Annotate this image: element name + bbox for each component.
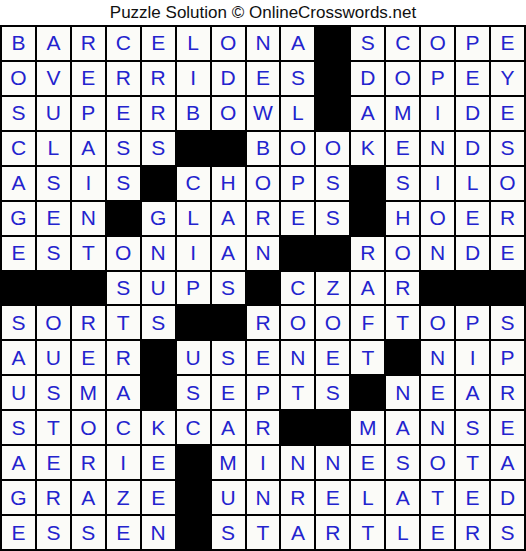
letter-cell-r15c9: A bbox=[281, 516, 314, 549]
letter-cell-r4c15: S bbox=[491, 132, 524, 165]
letter-cell-r14c5: E bbox=[142, 481, 175, 514]
letter-cell-r9c2: O bbox=[37, 306, 70, 339]
letter-cell-r6c3: N bbox=[72, 202, 105, 235]
block-cell-r8c1 bbox=[2, 272, 35, 305]
letter-cell-r1c14: P bbox=[456, 27, 489, 60]
letter-cell-r12c15: E bbox=[491, 411, 524, 444]
letter-cell-r1c6: L bbox=[177, 27, 210, 60]
block-cell-r8c3 bbox=[72, 272, 105, 305]
letter-cell-r3c8: W bbox=[247, 97, 280, 130]
letter-cell-r7c14: D bbox=[456, 237, 489, 270]
letter-cell-r10c9: N bbox=[281, 341, 314, 374]
block-cell-r8c14 bbox=[456, 272, 489, 305]
letter-cell-r15c2: S bbox=[37, 516, 70, 549]
block-cell-r9c7 bbox=[212, 306, 245, 339]
letter-cell-r13c5: E bbox=[142, 446, 175, 479]
letter-cell-r12c1: S bbox=[2, 411, 35, 444]
letter-cell-r7c8: N bbox=[247, 237, 280, 270]
block-cell-r13c6 bbox=[177, 446, 210, 479]
letter-cell-r12c13: N bbox=[421, 411, 454, 444]
block-cell-r12c10 bbox=[316, 411, 349, 444]
letter-cell-r4c12: E bbox=[386, 132, 419, 165]
block-cell-r2c10 bbox=[316, 62, 349, 95]
letter-cell-r9c1: S bbox=[2, 306, 35, 339]
letter-cell-r10c1: A bbox=[2, 341, 35, 374]
letter-cell-r2c4: R bbox=[107, 62, 140, 95]
letter-cell-r4c8: B bbox=[247, 132, 280, 165]
block-cell-r6c4 bbox=[107, 202, 140, 235]
block-cell-r11c5 bbox=[142, 376, 175, 409]
letter-cell-r14c2: R bbox=[37, 481, 70, 514]
letter-cell-r2c3: E bbox=[72, 62, 105, 95]
letter-cell-r1c13: O bbox=[421, 27, 454, 60]
letter-cell-r4c9: O bbox=[281, 132, 314, 165]
letter-cell-r4c14: D bbox=[456, 132, 489, 165]
letter-cell-r11c15: R bbox=[491, 376, 524, 409]
letter-cell-r1c1: B bbox=[2, 27, 35, 60]
letter-cell-r14c9: R bbox=[281, 481, 314, 514]
letter-cell-r1c3: R bbox=[72, 27, 105, 60]
letter-cell-r15c1: E bbox=[2, 516, 35, 549]
letter-cell-r9c11: F bbox=[351, 306, 384, 339]
letter-cell-r1c15: E bbox=[491, 27, 524, 60]
letter-cell-r12c7: A bbox=[212, 411, 245, 444]
letter-cell-r8c9: C bbox=[281, 272, 314, 305]
letter-cell-r4c11: K bbox=[351, 132, 384, 165]
letter-cell-r1c11: S bbox=[351, 27, 384, 60]
letter-cell-r8c12: R bbox=[386, 272, 419, 305]
page-title: Puzzle Solution © OnlineCrosswords.net bbox=[0, 0, 526, 25]
letter-cell-r5c8: O bbox=[247, 167, 280, 200]
letter-cell-r12c8: R bbox=[247, 411, 280, 444]
letter-cell-r2c1: O bbox=[2, 62, 35, 95]
block-cell-r8c15 bbox=[491, 272, 524, 305]
letter-cell-r14c15: D bbox=[491, 481, 524, 514]
letter-cell-r5c13: I bbox=[421, 167, 454, 200]
letter-cell-r11c14: A bbox=[456, 376, 489, 409]
letter-cell-r7c13: N bbox=[421, 237, 454, 270]
letter-cell-r7c5: N bbox=[142, 237, 175, 270]
letter-cell-r9c9: O bbox=[281, 306, 314, 339]
letter-cell-r9c14: P bbox=[456, 306, 489, 339]
block-cell-r7c9 bbox=[281, 237, 314, 270]
letter-cell-r15c3: S bbox=[72, 516, 105, 549]
letter-cell-r1c12: C bbox=[386, 27, 419, 60]
letter-cell-r12c6: C bbox=[177, 411, 210, 444]
letter-cell-r5c3: I bbox=[72, 167, 105, 200]
letter-cell-r1c9: A bbox=[281, 27, 314, 60]
letter-cell-r5c7: H bbox=[212, 167, 245, 200]
letter-cell-r13c12: S bbox=[386, 446, 419, 479]
letter-cell-r11c9: T bbox=[281, 376, 314, 409]
letter-cell-r15c12: L bbox=[386, 516, 419, 549]
letter-cell-r10c7: S bbox=[212, 341, 245, 374]
letter-cell-r8c5: U bbox=[142, 272, 175, 305]
letter-cell-r3c14: D bbox=[456, 97, 489, 130]
letter-cell-r8c7: S bbox=[212, 272, 245, 305]
block-cell-r4c6 bbox=[177, 132, 210, 165]
letter-cell-r10c3: E bbox=[72, 341, 105, 374]
letter-cell-r13c1: A bbox=[2, 446, 35, 479]
letter-cell-r12c12: A bbox=[386, 411, 419, 444]
letter-cell-r6c15: R bbox=[491, 202, 524, 235]
block-cell-r14c6 bbox=[177, 481, 210, 514]
letter-cell-r3c12: M bbox=[386, 97, 419, 130]
letter-cell-r14c3: A bbox=[72, 481, 105, 514]
letter-cell-r6c10: S bbox=[316, 202, 349, 235]
puzzle-page: Puzzle Solution © OnlineCrosswords.net B… bbox=[0, 0, 526, 551]
letter-cell-r10c6: U bbox=[177, 341, 210, 374]
letter-cell-r3c13: I bbox=[421, 97, 454, 130]
letter-cell-r1c5: E bbox=[142, 27, 175, 60]
block-cell-r9c6 bbox=[177, 306, 210, 339]
letter-cell-r1c2: A bbox=[37, 27, 70, 60]
letter-cell-r3c5: R bbox=[142, 97, 175, 130]
letter-cell-r6c13: O bbox=[421, 202, 454, 235]
letter-cell-r4c5: S bbox=[142, 132, 175, 165]
letter-cell-r12c14: S bbox=[456, 411, 489, 444]
letter-cell-r5c2: S bbox=[37, 167, 70, 200]
letter-cell-r6c8: R bbox=[247, 202, 280, 235]
letter-cell-r4c1: C bbox=[2, 132, 35, 165]
letter-cell-r6c5: G bbox=[142, 202, 175, 235]
letter-cell-r7c12: O bbox=[386, 237, 419, 270]
block-cell-r15c6 bbox=[177, 516, 210, 549]
letter-cell-r4c10: O bbox=[316, 132, 349, 165]
letter-cell-r14c13: T bbox=[421, 481, 454, 514]
block-cell-r4c7 bbox=[212, 132, 245, 165]
letter-cell-r2c14: E bbox=[456, 62, 489, 95]
letter-cell-r13c2: E bbox=[37, 446, 70, 479]
letter-cell-r2c5: R bbox=[142, 62, 175, 95]
letter-cell-r10c4: R bbox=[107, 341, 140, 374]
block-cell-r5c11 bbox=[351, 167, 384, 200]
letter-cell-r4c3: A bbox=[72, 132, 105, 165]
letter-cell-r14c7: U bbox=[212, 481, 245, 514]
letter-cell-r2c12: O bbox=[386, 62, 419, 95]
letter-cell-r15c8: T bbox=[247, 516, 280, 549]
letter-cell-r15c4: E bbox=[107, 516, 140, 549]
letter-cell-r2c8: E bbox=[247, 62, 280, 95]
letter-cell-r2c15: Y bbox=[491, 62, 524, 95]
letter-cell-r3c4: E bbox=[107, 97, 140, 130]
block-cell-r10c5 bbox=[142, 341, 175, 374]
block-cell-r1c10 bbox=[316, 27, 349, 60]
letter-cell-r13c9: N bbox=[281, 446, 314, 479]
letter-cell-r12c5: K bbox=[142, 411, 175, 444]
letter-cell-r4c4: S bbox=[107, 132, 140, 165]
letter-cell-r10c11: T bbox=[351, 341, 384, 374]
letter-cell-r13c14: T bbox=[456, 446, 489, 479]
letter-cell-r3c15: E bbox=[491, 97, 524, 130]
letter-cell-r12c4: C bbox=[107, 411, 140, 444]
letter-cell-r14c1: G bbox=[2, 481, 35, 514]
letter-cell-r5c12: S bbox=[386, 167, 419, 200]
letter-cell-r9c3: R bbox=[72, 306, 105, 339]
letter-cell-r5c15: O bbox=[491, 167, 524, 200]
letter-cell-r11c8: P bbox=[247, 376, 280, 409]
letter-cell-r7c3: T bbox=[72, 237, 105, 270]
block-cell-r8c8 bbox=[247, 272, 280, 305]
letter-cell-r13c4: I bbox=[107, 446, 140, 479]
letter-cell-r8c4: S bbox=[107, 272, 140, 305]
letter-cell-r13c13: O bbox=[421, 446, 454, 479]
letter-cell-r2c6: I bbox=[177, 62, 210, 95]
letter-cell-r11c6: S bbox=[177, 376, 210, 409]
letter-cell-r13c11: E bbox=[351, 446, 384, 479]
letter-cell-r12c3: O bbox=[72, 411, 105, 444]
letter-cell-r13c10: N bbox=[316, 446, 349, 479]
letter-cell-r4c2: L bbox=[37, 132, 70, 165]
letter-cell-r6c9: E bbox=[281, 202, 314, 235]
block-cell-r8c2 bbox=[37, 272, 70, 305]
letter-cell-r5c4: S bbox=[107, 167, 140, 200]
letter-cell-r8c11: A bbox=[351, 272, 384, 305]
letter-cell-r6c7: A bbox=[212, 202, 245, 235]
block-cell-r12c9 bbox=[281, 411, 314, 444]
letter-cell-r6c6: L bbox=[177, 202, 210, 235]
letter-cell-r2c9: S bbox=[281, 62, 314, 95]
letter-cell-r11c7: E bbox=[212, 376, 245, 409]
letter-cell-r15c14: R bbox=[456, 516, 489, 549]
block-cell-r10c12 bbox=[386, 341, 419, 374]
letter-cell-r5c9: P bbox=[281, 167, 314, 200]
letter-cell-r10c15: P bbox=[491, 341, 524, 374]
letter-cell-r15c11: T bbox=[351, 516, 384, 549]
letter-cell-r14c10: E bbox=[316, 481, 349, 514]
letter-cell-r1c8: N bbox=[247, 27, 280, 60]
letter-cell-r5c1: A bbox=[2, 167, 35, 200]
letter-cell-r9c12: T bbox=[386, 306, 419, 339]
block-cell-r5c5 bbox=[142, 167, 175, 200]
letter-cell-r3c2: U bbox=[37, 97, 70, 130]
letter-cell-r14c11: L bbox=[351, 481, 384, 514]
letter-cell-r14c14: E bbox=[456, 481, 489, 514]
letter-cell-r5c10: S bbox=[316, 167, 349, 200]
letter-cell-r7c2: S bbox=[37, 237, 70, 270]
letter-cell-r8c10: Z bbox=[316, 272, 349, 305]
letter-cell-r13c8: I bbox=[247, 446, 280, 479]
letter-cell-r15c15: S bbox=[491, 516, 524, 549]
block-cell-r3c10 bbox=[316, 97, 349, 130]
letter-cell-r3c7: O bbox=[212, 97, 245, 130]
letter-cell-r2c13: P bbox=[421, 62, 454, 95]
letter-cell-r10c2: U bbox=[37, 341, 70, 374]
letter-cell-r2c11: D bbox=[351, 62, 384, 95]
letter-cell-r9c15: S bbox=[491, 306, 524, 339]
block-cell-r11c11 bbox=[351, 376, 384, 409]
letter-cell-r9c8: R bbox=[247, 306, 280, 339]
letter-cell-r7c4: O bbox=[107, 237, 140, 270]
letter-cell-r3c1: S bbox=[2, 97, 35, 130]
letter-cell-r11c1: U bbox=[2, 376, 35, 409]
letter-cell-r4c13: N bbox=[421, 132, 454, 165]
letter-cell-r10c8: E bbox=[247, 341, 280, 374]
letter-cell-r11c10: S bbox=[316, 376, 349, 409]
letter-cell-r6c1: G bbox=[2, 202, 35, 235]
letter-cell-r12c11: M bbox=[351, 411, 384, 444]
letter-cell-r1c4: C bbox=[107, 27, 140, 60]
letter-cell-r3c11: A bbox=[351, 97, 384, 130]
block-cell-r7c10 bbox=[316, 237, 349, 270]
letter-cell-r13c15: A bbox=[491, 446, 524, 479]
crossword-board: BARCELONASCOPEOVERRIDESDOPEYSUPERBOWLAMI… bbox=[0, 25, 526, 551]
letter-cell-r2c2: V bbox=[37, 62, 70, 95]
letter-cell-r1c7: O bbox=[212, 27, 245, 60]
letter-cell-r12c2: T bbox=[37, 411, 70, 444]
letter-cell-r9c5: S bbox=[142, 306, 175, 339]
letter-cell-r15c7: S bbox=[212, 516, 245, 549]
letter-cell-r11c13: E bbox=[421, 376, 454, 409]
letter-cell-r15c10: R bbox=[316, 516, 349, 549]
letter-cell-r9c13: O bbox=[421, 306, 454, 339]
letter-cell-r3c6: B bbox=[177, 97, 210, 130]
letter-cell-r13c7: M bbox=[212, 446, 245, 479]
letter-cell-r14c8: N bbox=[247, 481, 280, 514]
letter-cell-r3c3: P bbox=[72, 97, 105, 130]
letter-cell-r15c5: N bbox=[142, 516, 175, 549]
letter-cell-r7c6: I bbox=[177, 237, 210, 270]
letter-cell-r2c7: D bbox=[212, 62, 245, 95]
letter-cell-r7c7: A bbox=[212, 237, 245, 270]
letter-cell-r10c13: N bbox=[421, 341, 454, 374]
letter-cell-r14c4: Z bbox=[107, 481, 140, 514]
letter-cell-r9c10: O bbox=[316, 306, 349, 339]
letter-cell-r6c2: E bbox=[37, 202, 70, 235]
letter-cell-r7c15: E bbox=[491, 237, 524, 270]
letter-cell-r11c3: M bbox=[72, 376, 105, 409]
letter-cell-r6c14: E bbox=[456, 202, 489, 235]
letter-cell-r3c9: L bbox=[281, 97, 314, 130]
letter-cell-r5c14: L bbox=[456, 167, 489, 200]
block-cell-r6c11 bbox=[351, 202, 384, 235]
letter-cell-r10c14: I bbox=[456, 341, 489, 374]
letter-cell-r14c12: A bbox=[386, 481, 419, 514]
letter-cell-r7c1: E bbox=[2, 237, 35, 270]
letter-cell-r9c4: T bbox=[107, 306, 140, 339]
letter-cell-r10c10: E bbox=[316, 341, 349, 374]
letter-cell-r8c6: P bbox=[177, 272, 210, 305]
letter-cell-r6c12: H bbox=[386, 202, 419, 235]
letter-cell-r5c6: C bbox=[177, 167, 210, 200]
letter-cell-r11c12: N bbox=[386, 376, 419, 409]
letter-cell-r13c3: R bbox=[72, 446, 105, 479]
letter-cell-r7c11: R bbox=[351, 237, 384, 270]
letter-cell-r15c13: E bbox=[421, 516, 454, 549]
letter-cell-r11c4: A bbox=[107, 376, 140, 409]
letter-cell-r11c2: S bbox=[37, 376, 70, 409]
block-cell-r8c13 bbox=[421, 272, 454, 305]
